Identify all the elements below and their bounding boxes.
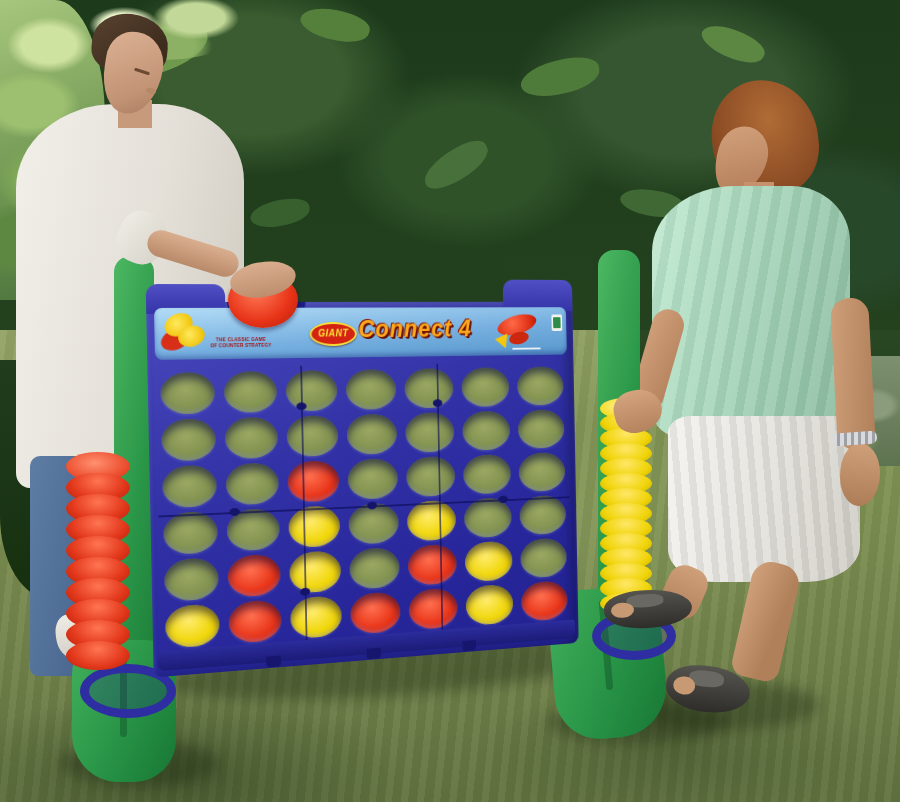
empty-hole <box>226 462 279 505</box>
banner-fine-print <box>512 348 540 350</box>
empty-hole <box>519 451 566 491</box>
cell-c7r2[interactable] <box>514 406 569 451</box>
empty-hole <box>406 455 455 496</box>
empty-hole <box>349 546 399 589</box>
empty-hole <box>162 464 217 508</box>
empty-hole <box>224 370 277 412</box>
empty-hole <box>160 371 215 414</box>
bottom-tab <box>266 656 281 668</box>
cell-c4r6[interactable] <box>346 588 405 637</box>
cell-c1r3[interactable] <box>157 461 222 510</box>
red-spare-disc <box>66 641 130 670</box>
cell-c1r5[interactable] <box>159 554 224 604</box>
cell-c7r5[interactable] <box>516 534 571 580</box>
empty-hole <box>346 369 397 410</box>
woman-shorts <box>668 416 860 582</box>
giant-brand-badge: GIANT <box>309 322 357 346</box>
empty-hole <box>163 510 218 554</box>
cell-c5r3[interactable] <box>402 453 460 499</box>
spare-red-disc-stack <box>66 452 130 670</box>
cell-c1r6[interactable] <box>160 600 224 651</box>
cell-c7r6[interactable] <box>517 577 572 624</box>
cell-c3r6[interactable] <box>285 592 346 642</box>
woman-tshirt <box>652 186 850 438</box>
cell-c3r3[interactable] <box>283 457 344 505</box>
cell-c7r3[interactable] <box>514 449 569 494</box>
bottom-tab <box>366 648 380 660</box>
yellow-disc <box>465 540 513 582</box>
woman-right-arm <box>830 297 876 451</box>
cell-c4r5[interactable] <box>345 544 404 592</box>
empty-hole <box>225 416 278 459</box>
red-disc <box>227 553 280 597</box>
maker-logo-icon <box>551 314 562 330</box>
cell-c4r2[interactable] <box>342 411 402 458</box>
cell-c7r1[interactable] <box>513 364 568 408</box>
empty-hole <box>462 410 510 450</box>
cell-c2r5[interactable] <box>223 550 286 600</box>
empty-hole <box>520 537 567 578</box>
red-disc <box>287 460 339 503</box>
cell-c2r3[interactable] <box>221 459 284 507</box>
empty-hole <box>518 409 565 449</box>
red-disc <box>409 587 458 630</box>
empty-hole <box>161 418 216 461</box>
red-disc <box>408 543 457 585</box>
cell-c2r1[interactable] <box>219 368 282 415</box>
cell-c6r1[interactable] <box>457 364 514 409</box>
empty-hole <box>286 370 338 412</box>
cell-c2r6[interactable] <box>224 596 287 646</box>
empty-hole <box>461 367 509 407</box>
red-disc <box>350 591 400 634</box>
connect4-logo: Connect 4 <box>358 315 505 343</box>
cell-c5r2[interactable] <box>401 409 459 455</box>
empty-hole <box>519 494 566 535</box>
cell-c5r1[interactable] <box>400 365 458 410</box>
cell-c3r5[interactable] <box>285 547 346 596</box>
yellow-disc <box>466 583 514 625</box>
yellow-disc <box>288 505 340 548</box>
red-disc <box>521 580 568 622</box>
empty-hole <box>347 413 398 454</box>
yellow-disc <box>290 595 342 639</box>
empty-hole <box>517 366 564 405</box>
yellow-disc <box>289 550 341 594</box>
cell-c5r6[interactable] <box>404 584 462 632</box>
cell-c4r1[interactable] <box>341 366 401 412</box>
cell-c5r5[interactable] <box>403 541 461 589</box>
cell-c1r1[interactable] <box>155 369 220 417</box>
cell-c3r2[interactable] <box>282 412 343 459</box>
empty-hole <box>164 557 219 602</box>
cell-c2r2[interactable] <box>220 414 283 462</box>
garden-scene: THE CLASSIC GAME OF COUNTER STRATEGY GIA… <box>0 0 900 802</box>
empty-hole <box>405 412 454 453</box>
connect4-board: THE CLASSIC GAME OF COUNTER STRATEGY GIA… <box>146 278 579 678</box>
empty-hole <box>404 368 453 408</box>
cell-c6r3[interactable] <box>459 451 515 497</box>
banner-tagline: THE CLASSIC GAME OF COUNTER STRATEGY <box>205 336 277 348</box>
cell-c4r3[interactable] <box>343 455 403 502</box>
bottom-tab <box>462 640 476 651</box>
cell-c1r2[interactable] <box>156 415 221 464</box>
yellow-disc <box>407 499 456 541</box>
empty-hole <box>348 458 399 500</box>
title-banner: THE CLASSIC GAME OF COUNTER STRATEGY GIA… <box>154 307 567 360</box>
empty-hole <box>286 415 338 457</box>
yellow-disc <box>165 603 220 648</box>
cell-c6r5[interactable] <box>460 537 516 584</box>
cell-c6r2[interactable] <box>458 408 514 453</box>
cell-c3r1[interactable] <box>281 367 342 414</box>
cell-c6r6[interactable] <box>461 581 517 628</box>
empty-hole <box>464 497 512 538</box>
empty-hole <box>463 453 511 494</box>
red-disc <box>228 599 281 644</box>
